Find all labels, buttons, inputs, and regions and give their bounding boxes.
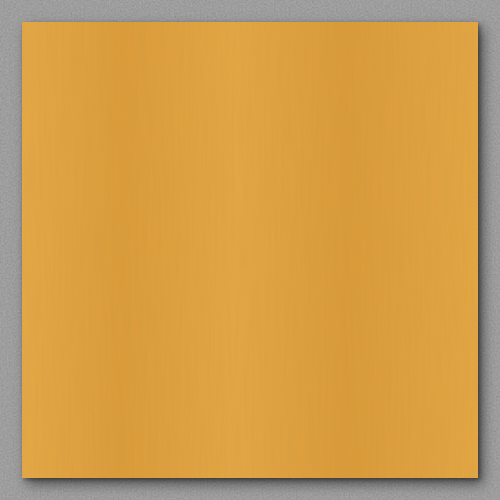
go-board bbox=[22, 22, 478, 478]
column-labels bbox=[30, 0, 471, 22]
go-app bbox=[0, 0, 500, 500]
intersections bbox=[30, 30, 471, 471]
row-labels bbox=[0, 30, 22, 471]
